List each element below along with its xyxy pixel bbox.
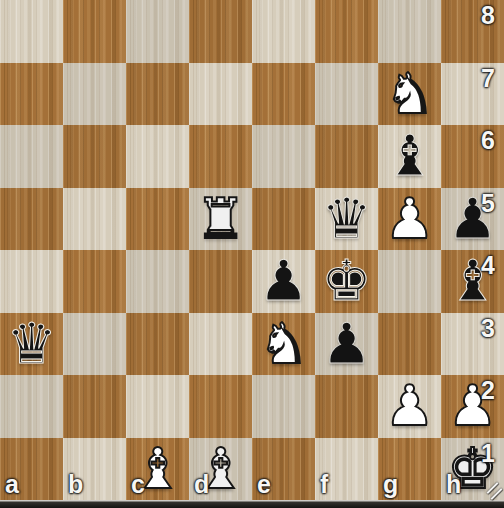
square-a5[interactable]	[0, 188, 63, 251]
resize-grip-icon[interactable]	[478, 474, 504, 500]
rank-label-5: 5	[481, 191, 495, 216]
file-label-f: f	[320, 472, 328, 497]
square-b2[interactable]	[63, 375, 126, 438]
square-e7[interactable]	[252, 63, 315, 126]
square-f3[interactable]: ♟	[315, 313, 378, 376]
resize-grip-line	[490, 488, 502, 500]
piece-black-king-f4[interactable]: ♚	[321, 250, 371, 312]
square-e5[interactable]	[252, 188, 315, 251]
piece-black-queen-f5[interactable]: ♛	[321, 188, 371, 250]
square-g3[interactable]	[378, 313, 441, 376]
square-c2[interactable]	[126, 375, 189, 438]
square-b6[interactable]	[63, 125, 126, 188]
square-c7[interactable]	[126, 63, 189, 126]
square-b4[interactable]	[63, 250, 126, 313]
file-label-a: a	[5, 472, 19, 497]
square-f5[interactable]: ♛	[315, 188, 378, 251]
square-f6[interactable]	[315, 125, 378, 188]
file-label-h: h	[446, 472, 461, 497]
rank-label-6: 6	[481, 128, 495, 153]
square-d2[interactable]	[189, 375, 252, 438]
square-b8[interactable]	[63, 0, 126, 63]
square-f7[interactable]	[315, 63, 378, 126]
square-e2[interactable]	[252, 375, 315, 438]
square-d3[interactable]	[189, 313, 252, 376]
square-g6[interactable]: ♝	[378, 125, 441, 188]
square-c4[interactable]	[126, 250, 189, 313]
chess-board: ♞♝♜♛♟♟♟♚♝♛♞♟♟♟♝♝♚abcdefgh87654321	[0, 0, 504, 500]
rank-label-4: 4	[481, 253, 495, 278]
square-b7[interactable]	[63, 63, 126, 126]
chess-app-window: ♞♝♜♛♟♟♟♚♝♛♞♟♟♟♝♝♚abcdefgh87654321	[0, 0, 504, 508]
square-g7[interactable]: ♞	[378, 63, 441, 126]
rank-label-3: 3	[481, 316, 495, 341]
square-c3[interactable]	[126, 313, 189, 376]
square-d4[interactable]	[189, 250, 252, 313]
square-d8[interactable]	[189, 0, 252, 63]
piece-white-pawn-g5[interactable]: ♟	[384, 188, 434, 250]
piece-white-rook-d5[interactable]: ♜	[195, 188, 245, 250]
square-g5[interactable]: ♟	[378, 188, 441, 251]
file-label-d: d	[194, 472, 209, 497]
square-e3[interactable]: ♞	[252, 313, 315, 376]
square-b5[interactable]	[63, 188, 126, 251]
file-label-b: b	[68, 472, 83, 497]
square-a6[interactable]	[0, 125, 63, 188]
square-e8[interactable]	[252, 0, 315, 63]
piece-black-bishop-g6[interactable]: ♝	[384, 125, 434, 187]
bottom-bar	[0, 500, 504, 508]
file-label-e: e	[257, 472, 271, 497]
square-a2[interactable]	[0, 375, 63, 438]
square-d6[interactable]	[189, 125, 252, 188]
piece-black-pawn-e4[interactable]: ♟	[258, 250, 308, 312]
rank-label-7: 7	[481, 66, 495, 91]
piece-white-knight-g7[interactable]: ♞	[384, 63, 434, 125]
square-g2[interactable]: ♟	[378, 375, 441, 438]
file-label-c: c	[131, 472, 145, 497]
square-d7[interactable]	[189, 63, 252, 126]
rank-label-2: 2	[481, 378, 495, 403]
piece-black-queen-a3[interactable]: ♛	[6, 313, 56, 375]
square-c6[interactable]	[126, 125, 189, 188]
square-g4[interactable]	[378, 250, 441, 313]
square-g8[interactable]	[378, 0, 441, 63]
piece-black-pawn-f3[interactable]: ♟	[321, 313, 371, 375]
square-d5[interactable]: ♜	[189, 188, 252, 251]
file-label-g: g	[383, 472, 398, 497]
square-a4[interactable]	[0, 250, 63, 313]
square-c5[interactable]	[126, 188, 189, 251]
square-f8[interactable]	[315, 0, 378, 63]
piece-white-pawn-g2[interactable]: ♟	[384, 375, 434, 437]
rank-label-8: 8	[481, 3, 495, 28]
square-f4[interactable]: ♚	[315, 250, 378, 313]
square-c8[interactable]	[126, 0, 189, 63]
square-f2[interactable]	[315, 375, 378, 438]
square-a3[interactable]: ♛	[0, 313, 63, 376]
square-a7[interactable]	[0, 63, 63, 126]
rank-label-1: 1	[481, 441, 495, 466]
square-b3[interactable]	[63, 313, 126, 376]
square-a8[interactable]	[0, 0, 63, 63]
piece-white-knight-e3[interactable]: ♞	[258, 313, 308, 375]
square-e6[interactable]	[252, 125, 315, 188]
square-e4[interactable]: ♟	[252, 250, 315, 313]
